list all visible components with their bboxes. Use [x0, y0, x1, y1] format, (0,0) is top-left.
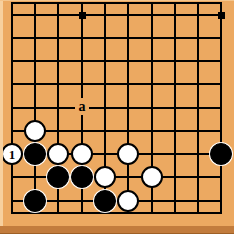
- white-stone: [71, 143, 93, 165]
- move-number: 1: [9, 148, 16, 161]
- board-shadow-edge-bottom-line: [0, 233, 234, 234]
- black-stone: [47, 166, 69, 188]
- grid-line-horizontal-9: [11, 176, 222, 178]
- star-point: [218, 12, 225, 19]
- grid-line-horizontal-2: [11, 14, 222, 16]
- white-stone: [117, 143, 139, 165]
- black-stone: [71, 166, 93, 188]
- grid-line-horizontal-11: [11, 212, 222, 214]
- black-stone: [24, 143, 46, 165]
- grid-line-horizontal-3: [11, 37, 222, 39]
- grid-line-horizontal-4: [11, 60, 222, 62]
- white-stone: [117, 190, 139, 212]
- white-stone: [24, 120, 46, 142]
- go-board-grid: a1: [0, 0, 234, 234]
- go-board-diagram: a1: [0, 0, 234, 234]
- grid-line-horizontal-1: [11, 2, 222, 4]
- grid-line-horizontal-6: [11, 107, 222, 109]
- black-stone: [94, 190, 116, 212]
- star-point: [79, 12, 86, 19]
- black-stone: [210, 143, 232, 165]
- white-stone: [141, 166, 163, 188]
- white-stone: [47, 143, 69, 165]
- board-highlight-edge-left: [0, 0, 3, 234]
- white-stone: [94, 166, 116, 188]
- board-highlight-edge-top: [0, 0, 234, 1]
- white-stone-move-1: 1: [1, 143, 23, 165]
- grid-line-horizontal-5: [11, 83, 222, 85]
- black-stone: [24, 190, 46, 212]
- point-label-a: a: [75, 98, 89, 115]
